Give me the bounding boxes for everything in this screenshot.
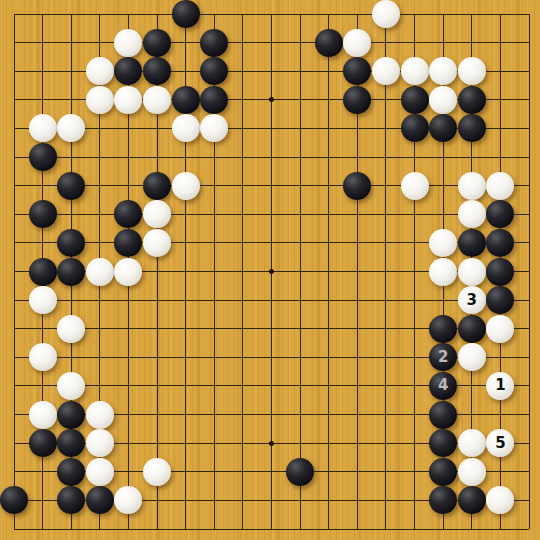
stone-white <box>458 57 486 85</box>
stone-white <box>114 86 142 114</box>
stone-black <box>286 458 314 486</box>
stone-black <box>143 57 171 85</box>
stone-white <box>114 486 142 514</box>
stone-white <box>429 229 457 257</box>
stone-white <box>86 401 114 429</box>
grid-line-horizontal <box>14 300 529 301</box>
stone-black <box>200 86 228 114</box>
stone-white <box>29 401 57 429</box>
move-number-label: 1 <box>495 378 505 393</box>
stone-black <box>29 200 57 228</box>
stone-black <box>401 86 429 114</box>
stone-black <box>29 143 57 171</box>
stone-black <box>172 0 200 28</box>
star-point <box>269 269 274 274</box>
stone-white <box>486 315 514 343</box>
stone-black <box>29 429 57 457</box>
stone-black <box>57 172 85 200</box>
stone-black: 2 <box>429 343 457 371</box>
stone-white <box>86 86 114 114</box>
stone-black <box>343 57 371 85</box>
stone-black: 4 <box>429 372 457 400</box>
stone-white <box>343 29 371 57</box>
stone-black <box>429 114 457 142</box>
stone-white <box>429 258 457 286</box>
stone-white <box>172 114 200 142</box>
star-point <box>269 97 274 102</box>
stone-black <box>458 315 486 343</box>
stone-white <box>200 114 228 142</box>
stone-black <box>172 86 200 114</box>
stone-black <box>57 258 85 286</box>
stone-white <box>143 86 171 114</box>
grid-line-vertical <box>328 14 329 529</box>
stone-black <box>486 229 514 257</box>
move-number-label: 3 <box>467 293 477 308</box>
stone-white <box>458 458 486 486</box>
stone-white <box>458 258 486 286</box>
stone-black <box>143 29 171 57</box>
stone-black <box>429 315 457 343</box>
stone-white <box>401 57 429 85</box>
stone-black <box>57 401 85 429</box>
stone-black <box>57 458 85 486</box>
stone-black <box>429 458 457 486</box>
stone-black <box>57 229 85 257</box>
stone-black <box>114 200 142 228</box>
stone-white: 3 <box>458 286 486 314</box>
stone-white <box>458 172 486 200</box>
stone-white <box>57 315 85 343</box>
stone-white <box>401 172 429 200</box>
stone-white <box>486 172 514 200</box>
stone-black <box>0 486 28 514</box>
stone-white <box>143 200 171 228</box>
stone-black <box>57 429 85 457</box>
stone-black <box>458 486 486 514</box>
stone-black <box>429 486 457 514</box>
stone-white <box>86 57 114 85</box>
stone-white <box>486 486 514 514</box>
stone-white <box>29 343 57 371</box>
stone-white <box>57 372 85 400</box>
move-number-label: 4 <box>438 378 448 393</box>
stone-white <box>86 458 114 486</box>
stone-white <box>57 114 85 142</box>
stone-white <box>114 258 142 286</box>
stone-white <box>143 229 171 257</box>
stone-white: 1 <box>486 372 514 400</box>
go-board[interactable]: 32415 <box>0 0 540 540</box>
stone-black <box>200 29 228 57</box>
grid-line-vertical <box>385 14 386 529</box>
stone-black <box>458 229 486 257</box>
stone-black <box>486 286 514 314</box>
stone-white: 5 <box>486 429 514 457</box>
stone-black <box>315 29 343 57</box>
stone-black <box>486 258 514 286</box>
stone-black <box>401 114 429 142</box>
move-number-label: 5 <box>495 436 505 451</box>
stone-black <box>143 172 171 200</box>
stone-white <box>86 429 114 457</box>
stone-white <box>86 258 114 286</box>
grid-line-vertical <box>529 14 530 529</box>
stone-white <box>372 57 400 85</box>
grid-line-vertical <box>300 14 301 529</box>
stone-black <box>114 57 142 85</box>
stone-black <box>343 86 371 114</box>
stone-white <box>143 458 171 486</box>
stone-black <box>429 401 457 429</box>
grid-line-horizontal <box>14 529 529 530</box>
stone-white <box>29 114 57 142</box>
stone-white <box>172 172 200 200</box>
stone-white <box>458 200 486 228</box>
stone-black <box>458 114 486 142</box>
stone-white <box>29 286 57 314</box>
stone-black <box>429 429 457 457</box>
stone-white <box>458 343 486 371</box>
stone-black <box>86 486 114 514</box>
stone-black <box>57 486 85 514</box>
stone-black <box>29 258 57 286</box>
stone-black <box>343 172 371 200</box>
stone-black <box>114 229 142 257</box>
stone-white <box>458 429 486 457</box>
stone-white <box>372 0 400 28</box>
stone-black <box>200 57 228 85</box>
stone-white <box>114 29 142 57</box>
stone-white <box>429 86 457 114</box>
stone-black <box>486 200 514 228</box>
stone-black <box>458 86 486 114</box>
move-number-label: 2 <box>438 350 448 365</box>
star-point <box>269 441 274 446</box>
stone-white <box>429 57 457 85</box>
